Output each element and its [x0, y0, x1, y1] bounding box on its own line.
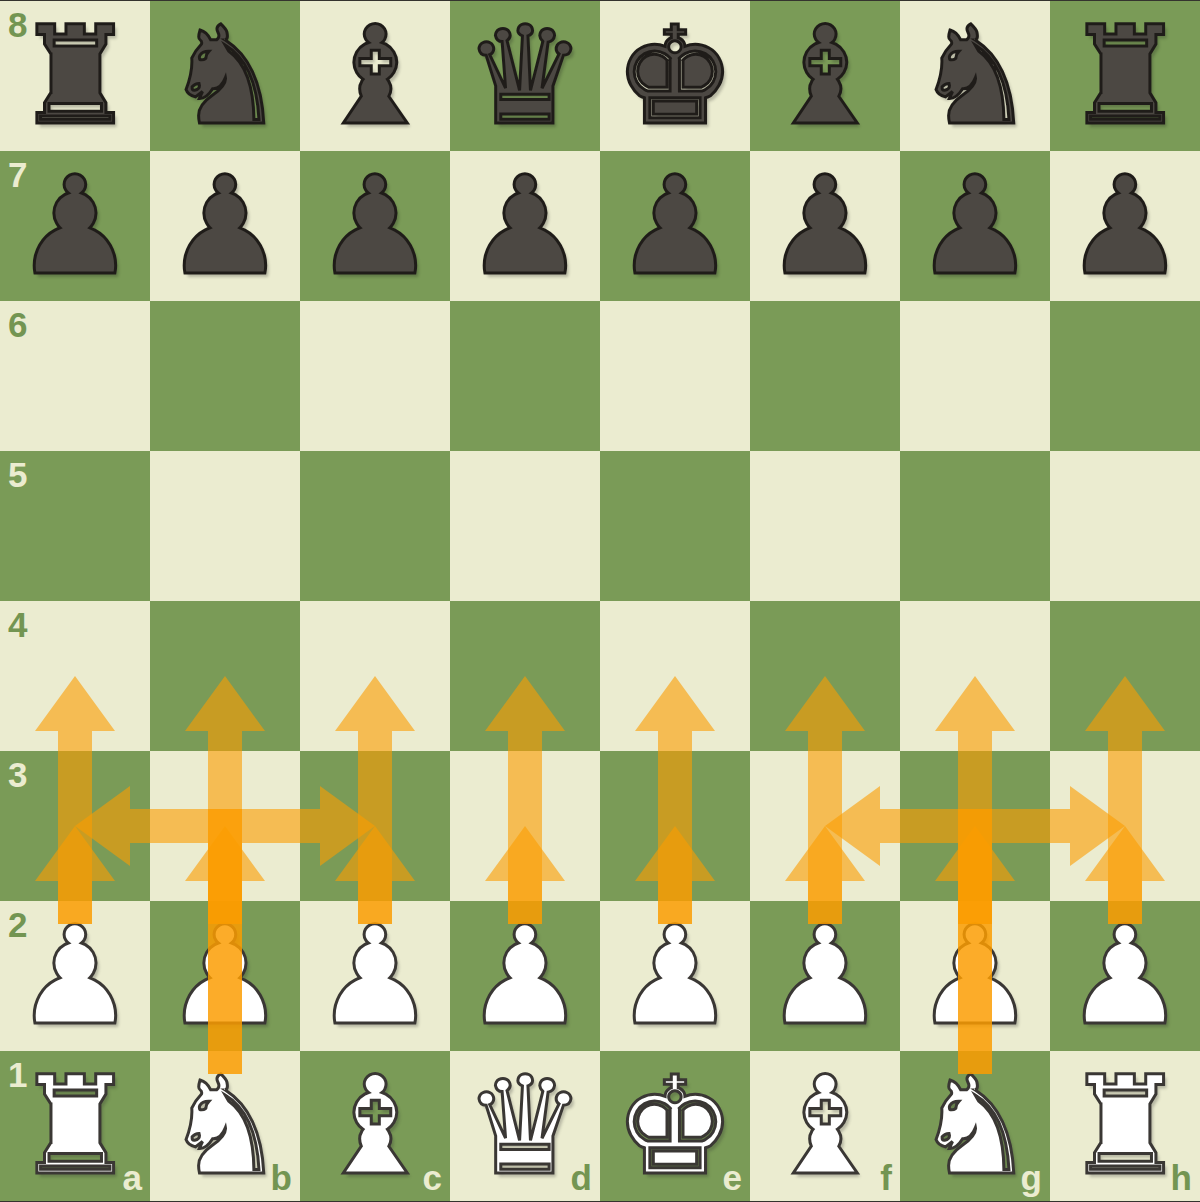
black-pawn-h7[interactable]: ♟ [1050, 151, 1200, 301]
square-g8[interactable]: ♞ [900, 1, 1050, 151]
white-pawn-b2[interactable]: ♟ [150, 901, 300, 1051]
file-label-c: c [423, 1160, 442, 1195]
rank-label-3: 3 [8, 757, 27, 792]
square-a2[interactable]: ♟2 [0, 901, 150, 1051]
black-rook-h8[interactable]: ♜ [1050, 1, 1200, 151]
square-f5[interactable] [750, 451, 900, 601]
square-a8[interactable]: ♜8 [0, 1, 150, 151]
square-g1[interactable]: ♞g [900, 1051, 1050, 1201]
square-f7[interactable]: ♟ [750, 151, 900, 301]
square-a7[interactable]: ♟7 [0, 151, 150, 301]
white-pawn-c2[interactable]: ♟ [300, 901, 450, 1051]
rank-label-7: 7 [8, 157, 27, 192]
square-d5[interactable] [450, 451, 600, 601]
black-knight-g8[interactable]: ♞ [900, 1, 1050, 151]
square-b2[interactable]: ♟ [150, 901, 300, 1051]
square-h8[interactable]: ♜ [1050, 1, 1200, 151]
white-pawn-h2[interactable]: ♟ [1050, 901, 1200, 1051]
rank-label-6: 6 [8, 307, 27, 342]
square-d8[interactable]: ♛ [450, 1, 600, 151]
file-label-h: h [1171, 1160, 1192, 1195]
black-pawn-c7[interactable]: ♟ [300, 151, 450, 301]
square-d7[interactable]: ♟ [450, 151, 600, 301]
square-e5[interactable] [600, 451, 750, 601]
square-f8[interactable]: ♝ [750, 1, 900, 151]
white-pawn-g2[interactable]: ♟ [900, 901, 1050, 1051]
square-b1[interactable]: ♞b [150, 1051, 300, 1201]
square-f1[interactable]: ♝f [750, 1051, 900, 1201]
white-bishop-f1[interactable]: ♝ [750, 1051, 900, 1201]
square-g2[interactable]: ♟ [900, 901, 1050, 1051]
white-pawn-d2[interactable]: ♟ [450, 901, 600, 1051]
white-pawn-f2[interactable]: ♟ [750, 901, 900, 1051]
square-a3[interactable]: 3 [0, 751, 150, 901]
square-d2[interactable]: ♟ [450, 901, 600, 1051]
square-h5[interactable] [1050, 451, 1200, 601]
square-h3[interactable] [1050, 751, 1200, 901]
black-queen-d8[interactable]: ♛ [450, 1, 600, 151]
square-b5[interactable] [150, 451, 300, 601]
file-label-f: f [880, 1160, 892, 1195]
square-c2[interactable]: ♟ [300, 901, 450, 1051]
black-bishop-c8[interactable]: ♝ [300, 1, 450, 151]
rank-label-5: 5 [8, 457, 27, 492]
square-a4[interactable]: 4 [0, 601, 150, 751]
square-f3[interactable] [750, 751, 900, 901]
square-g5[interactable] [900, 451, 1050, 601]
black-pawn-d7[interactable]: ♟ [450, 151, 600, 301]
chess-board[interactable]: ♜8♞♝♛♚♝♞♜♟7♟♟♟♟♟♟♟6543♟2♟♟♟♟♟♟♟♜1a♞b♝c♛d… [0, 1, 1200, 1201]
square-c7[interactable]: ♟ [300, 151, 450, 301]
black-pawn-e7[interactable]: ♟ [600, 151, 750, 301]
square-c6[interactable] [300, 301, 450, 451]
square-b3[interactable] [150, 751, 300, 901]
square-a5[interactable]: 5 [0, 451, 150, 601]
white-pawn-e2[interactable]: ♟ [600, 901, 750, 1051]
square-e3[interactable] [600, 751, 750, 901]
square-e6[interactable] [600, 301, 750, 451]
square-f6[interactable] [750, 301, 900, 451]
square-c8[interactable]: ♝ [300, 1, 450, 151]
square-d1[interactable]: ♛d [450, 1051, 600, 1201]
square-a1[interactable]: ♜1a [0, 1051, 150, 1201]
square-e1[interactable]: ♚e [600, 1051, 750, 1201]
square-a6[interactable]: 6 [0, 301, 150, 451]
square-h1[interactable]: ♜h [1050, 1051, 1200, 1201]
black-pawn-b7[interactable]: ♟ [150, 151, 300, 301]
square-b8[interactable]: ♞ [150, 1, 300, 151]
square-d4[interactable] [450, 601, 600, 751]
square-e4[interactable] [600, 601, 750, 751]
file-label-b: b [271, 1160, 292, 1195]
square-h7[interactable]: ♟ [1050, 151, 1200, 301]
file-label-g: g [1021, 1160, 1042, 1195]
square-e2[interactable]: ♟ [600, 901, 750, 1051]
square-g3[interactable] [900, 751, 1050, 901]
square-b4[interactable] [150, 601, 300, 751]
file-label-d: d [571, 1160, 592, 1195]
rank-label-4: 4 [8, 607, 27, 642]
square-g7[interactable]: ♟ [900, 151, 1050, 301]
square-d3[interactable] [450, 751, 600, 901]
rank-label-2: 2 [8, 907, 27, 942]
rank-label-8: 8 [8, 7, 27, 42]
square-c1[interactable]: ♝c [300, 1051, 450, 1201]
black-king-e8[interactable]: ♚ [600, 1, 750, 151]
square-g6[interactable] [900, 301, 1050, 451]
square-c4[interactable] [300, 601, 450, 751]
chess-board-screenshot: ♜8♞♝♛♚♝♞♜♟7♟♟♟♟♟♟♟6543♟2♟♟♟♟♟♟♟♜1a♞b♝c♛d… [0, 0, 1200, 1202]
square-c3[interactable] [300, 751, 450, 901]
file-label-a: a [123, 1160, 142, 1195]
square-h2[interactable]: ♟ [1050, 901, 1200, 1051]
file-label-e: e [723, 1160, 742, 1195]
square-e8[interactable]: ♚ [600, 1, 750, 151]
square-c5[interactable] [300, 451, 450, 601]
black-bishop-f8[interactable]: ♝ [750, 1, 900, 151]
square-g4[interactable] [900, 601, 1050, 751]
square-h6[interactable] [1050, 301, 1200, 451]
square-f2[interactable]: ♟ [750, 901, 900, 1051]
square-h4[interactable] [1050, 601, 1200, 751]
black-pawn-f7[interactable]: ♟ [750, 151, 900, 301]
square-b7[interactable]: ♟ [150, 151, 300, 301]
rank-label-1: 1 [8, 1057, 27, 1092]
square-d6[interactable] [450, 301, 600, 451]
square-b6[interactable] [150, 301, 300, 451]
black-knight-b8[interactable]: ♞ [150, 1, 300, 151]
black-pawn-g7[interactable]: ♟ [900, 151, 1050, 301]
square-f4[interactable] [750, 601, 900, 751]
square-e7[interactable]: ♟ [600, 151, 750, 301]
